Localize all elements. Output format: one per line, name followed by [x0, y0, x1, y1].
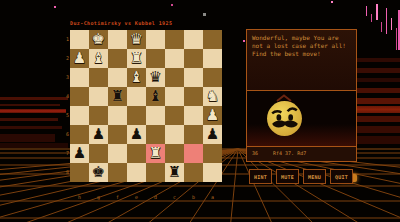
square-e3[interactable]: ♝: [127, 68, 146, 87]
pink-glitch-line: [381, 22, 382, 32]
rank-label-8: 8: [61, 163, 69, 182]
square-c6[interactable]: [165, 125, 184, 144]
square-h3[interactable]: [70, 68, 89, 87]
rank-label-7: 7: [61, 144, 69, 163]
square-b7[interactable]: [184, 144, 203, 163]
dialog-line-1: Wonderful, maybe You are: [252, 34, 352, 42]
red-streak: [0, 118, 58, 121]
file-label-a: a: [203, 194, 222, 200]
square-c4[interactable]: [165, 87, 184, 106]
quit-button[interactable]: QUIT: [330, 169, 353, 184]
square-d4[interactable]: ♝: [146, 87, 165, 106]
file-label-h: h: [70, 194, 89, 200]
black-queen-d3[interactable]: ♛: [146, 68, 165, 87]
black-king-g8[interactable]: ♚: [89, 163, 108, 182]
square-b6[interactable]: [184, 125, 203, 144]
red-streak: [352, 58, 400, 62]
red-streak: [352, 88, 400, 93]
square-c5[interactable]: [165, 106, 184, 125]
square-a2[interactable]: [203, 49, 222, 68]
square-h7[interactable]: ♟: [70, 144, 89, 163]
red-streak: [0, 134, 55, 142]
game-title: Duz-Chotimirsky vs Kubbel 1925: [70, 20, 240, 26]
square-c2[interactable]: [165, 49, 184, 68]
square-h8[interactable]: [70, 163, 89, 182]
file-label-d: d: [146, 194, 165, 200]
rank-label-2: 2: [61, 49, 69, 68]
square-h5[interactable]: [70, 106, 89, 125]
square-f2[interactable]: [108, 49, 127, 68]
file-label-g: g: [89, 194, 108, 200]
file-label-c: c: [165, 194, 184, 200]
white-rook-d7[interactable]: ♜: [146, 144, 165, 163]
file-labels: hgfedcba: [70, 184, 222, 192]
square-g7[interactable]: [89, 144, 108, 163]
square-f5[interactable]: [108, 106, 127, 125]
white-queen-e1[interactable]: ♛: [127, 30, 146, 49]
square-c7[interactable]: [165, 144, 184, 163]
red-streak: [0, 126, 62, 129]
white-knight-a4[interactable]: ♞: [203, 87, 222, 106]
square-e1[interactable]: ♛: [127, 30, 146, 49]
square-g4[interactable]: [89, 87, 108, 106]
rank-label-5: 5: [61, 106, 69, 125]
square-f7[interactable]: [108, 144, 127, 163]
square-b1[interactable]: [184, 30, 203, 49]
red-streak: [0, 104, 60, 106]
square-b5[interactable]: [184, 106, 203, 125]
square-d2[interactable]: [146, 49, 165, 68]
red-glitch-line: [0, 109, 66, 113]
black-rook-f4[interactable]: ♜: [108, 87, 127, 106]
pink-glitch-dot: [243, 40, 245, 42]
move-list: 36 Rf4 37. Rd7: [247, 146, 356, 161]
red-streak: [352, 106, 400, 113]
red-streak: [0, 97, 68, 100]
red-streak: [352, 78, 400, 82]
red-streak: [352, 126, 400, 133]
dialog-line-3: Find the best move!: [252, 50, 352, 58]
square-c8[interactable]: ♜: [165, 163, 184, 182]
black-bishop-d4[interactable]: ♝: [146, 87, 165, 106]
square-d1[interactable]: [146, 30, 165, 49]
rank-labels: 12345678: [61, 30, 69, 182]
rank-label-6: 6: [61, 125, 69, 144]
dialog-line-2: not a lost case after all!: [252, 42, 352, 50]
square-a5[interactable]: ♟: [203, 106, 222, 125]
square-f8[interactable]: [108, 163, 127, 182]
file-label-f: f: [108, 194, 127, 200]
pink-glitch-dot: [54, 6, 56, 8]
square-f3[interactable]: [108, 68, 127, 87]
square-f1[interactable]: [108, 30, 127, 49]
square-f6[interactable]: [108, 125, 127, 144]
game-screen: Duz-Chotimirsky vs Kubbel 1925 12345678 …: [0, 0, 400, 222]
pink-glitch-line: [396, 28, 397, 50]
square-d7[interactable]: ♜: [146, 144, 165, 163]
square-a6[interactable]: ♟: [203, 125, 222, 144]
red-streak: [352, 136, 400, 144]
white-king-g1[interactable]: ♚: [89, 30, 108, 49]
rank-label-4: 4: [61, 87, 69, 106]
black-pawn-h7[interactable]: ♟: [70, 144, 89, 163]
hint-button[interactable]: HINT: [249, 169, 272, 184]
angry-mustache-face-icon: [266, 100, 303, 137]
black-pawn-a6[interactable]: ♟: [203, 125, 222, 144]
square-d5[interactable]: [146, 106, 165, 125]
square-c3[interactable]: [165, 68, 184, 87]
red-streak: [0, 143, 68, 148]
square-b8[interactable]: [184, 163, 203, 182]
move-text: Rf4 37. Rd7: [273, 150, 306, 156]
square-a8[interactable]: [203, 163, 222, 182]
square-g6[interactable]: ♟: [89, 125, 108, 144]
square-b3[interactable]: [184, 68, 203, 87]
square-e7[interactable]: [127, 144, 146, 163]
menu-button[interactable]: MENU: [303, 169, 326, 184]
pink-glitch-line: [366, 6, 367, 16]
pink-glitch-line: [391, 18, 392, 30]
white-bishop-e3[interactable]: ♝: [127, 68, 146, 87]
file-label-e: e: [127, 194, 146, 200]
square-a3[interactable]: [203, 68, 222, 87]
red-streak: [352, 68, 400, 73]
square-d6[interactable]: [146, 125, 165, 144]
pink-glitch-line: [376, 4, 378, 20]
square-h1[interactable]: [70, 30, 89, 49]
square-e5[interactable]: [127, 106, 146, 125]
square-e6[interactable]: ♟: [127, 125, 146, 144]
square-h4[interactable]: [70, 87, 89, 106]
white-rook-e2[interactable]: ♜: [127, 49, 146, 68]
red-streak: [352, 116, 400, 122]
square-h2[interactable]: ♟: [70, 49, 89, 68]
file-label-b: b: [184, 194, 203, 200]
pink-glitch-line: [371, 14, 372, 22]
square-a4[interactable]: ♞: [203, 87, 222, 106]
square-g8[interactable]: ♚: [89, 163, 108, 182]
square-e8[interactable]: [127, 163, 146, 182]
white-pawn-h2[interactable]: ♟: [70, 49, 89, 68]
square-a1[interactable]: [203, 30, 222, 49]
grey-pixel: [203, 13, 206, 16]
red-streak: [352, 98, 400, 104]
square-g5[interactable]: [89, 106, 108, 125]
square-f4[interactable]: ♜: [108, 87, 127, 106]
square-e4[interactable]: [127, 87, 146, 106]
black-rook-c8[interactable]: ♜: [165, 163, 184, 182]
rank-label-1: 1: [61, 30, 69, 49]
rank-label-3: 3: [61, 68, 69, 87]
black-pawn-g6[interactable]: ♟: [89, 125, 108, 144]
square-b4[interactable]: [184, 87, 203, 106]
square-a7[interactable]: [203, 144, 222, 163]
pink-glitch-dot: [171, 4, 173, 6]
move-number: 36: [252, 150, 258, 156]
dialog-panel: Wonderful, maybe You arenot a lost case …: [246, 29, 357, 162]
bot-avatar-area: [247, 90, 356, 146]
square-g2[interactable]: ♝: [89, 49, 108, 68]
mute-button[interactable]: MUTE: [276, 169, 299, 184]
square-d3[interactable]: ♛: [146, 68, 165, 87]
square-d8[interactable]: [146, 163, 165, 182]
white-bishop-g2[interactable]: ♝: [89, 49, 108, 68]
pink-glitch-dot: [331, 1, 333, 3]
square-e2[interactable]: ♜: [127, 49, 146, 68]
board-grid: ♚♛♟♝♜♝♛♜♝♞♟♟♟♟♟♜♚♜: [70, 30, 222, 182]
square-c1[interactable]: [165, 30, 184, 49]
square-b2[interactable]: [184, 49, 203, 68]
black-pawn-e6[interactable]: ♟: [127, 125, 146, 144]
pink-glitch-line: [386, 8, 387, 34]
square-g3[interactable]: [89, 68, 108, 87]
white-pawn-a5[interactable]: ♟: [203, 106, 222, 125]
square-h6[interactable]: [70, 125, 89, 144]
square-g1[interactable]: ♚: [89, 30, 108, 49]
dialog-text: Wonderful, maybe You arenot a lost case …: [247, 30, 356, 90]
